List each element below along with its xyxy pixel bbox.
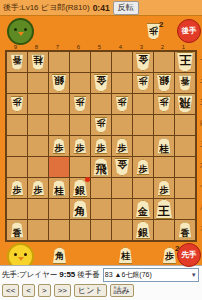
square-2-4[interactable] [154,115,174,135]
square-9-9[interactable]: 香 [7,220,27,240]
rank-label: 五 [199,134,202,155]
square-8-7[interactable]: 歩 [28,178,48,198]
gote-piece-香-1-2[interactable]: 香 [178,75,192,92]
square-9-3[interactable]: 歩 [7,94,27,114]
sente-piece-歩-7-5[interactable]: 歩 [52,138,66,154]
square-2-3[interactable]: 歩 [154,94,174,114]
step-forward-button[interactable]: > [38,284,51,297]
piece-kanji: 銀 [75,186,85,197]
gote-piece-歩-5-4[interactable]: 歩 [94,117,108,133]
sente-hand-stand: 角桂歩2 [0,242,202,267]
gote-hand-count: 2 [159,20,163,29]
piece-kanji: 香 [13,55,22,64]
move-list-dropdown[interactable]: 83 ▲6七銀(76) ▼ [103,268,199,282]
gote-badge: 後手 [177,19,201,43]
square-5-1[interactable] [91,52,111,72]
square-6-5[interactable]: 歩 [70,136,90,156]
rank-label: 一 [199,50,202,71]
rank-labels: 一二三四五六七八九 [199,50,202,239]
player-info-bar: 先手:プレイヤー 9:55 後手番 83 ▲6七銀(76) ▼ [0,266,202,282]
square-1-8[interactable] [175,199,195,219]
gote-piece-金-5-2[interactable]: 金 [93,74,109,92]
square-1-2[interactable]: 香 [175,73,195,93]
gote-info-bar: 後手:Lv16 ピヨ郎(R810) 0:41 反転 [0,0,202,16]
sente-hand-桂[interactable]: 桂 [118,247,133,264]
square-2-1[interactable] [154,52,174,72]
square-2-5[interactable]: 桂 [154,136,174,156]
sente-piece-桂-7-7[interactable]: 桂 [52,180,67,197]
piece-kanji: 香 [181,76,190,85]
piece-kanji: 歩 [139,165,148,174]
gote-piece-金-4-6[interactable]: 金 [114,158,130,176]
square-7-7[interactable]: 桂 [49,178,69,198]
square-9-6[interactable] [7,157,27,177]
piece-kanji: 歩 [76,97,85,106]
piece-kanji: 歩 [55,144,64,153]
square-9-1[interactable]: 香 [7,52,27,72]
square-4-9[interactable] [112,220,132,240]
sente-area: 角桂歩2 先手 [0,242,202,267]
rank-label: 六 [199,155,202,176]
square-1-4[interactable] [175,115,195,135]
player-clock: 9:55 [59,270,75,279]
board-area: 香桂金王銀金歩銀香歩歩歩歩飛歩歩歩歩歩桂飛金歩歩歩桂銀歩角金王香銀香 一二三四五… [5,50,197,242]
piece-kanji: 歩 [97,118,106,127]
rank-label: 八 [199,197,202,218]
square-2-8[interactable]: 王 [154,199,174,219]
piece-kanji: 角 [75,206,86,218]
square-7-9[interactable] [49,220,69,240]
gote-piece-銀-2-2[interactable]: 銀 [156,74,172,92]
square-9-8[interactable] [7,199,27,219]
square-4-2[interactable] [112,73,132,93]
square-3-6[interactable]: 歩 [133,157,153,177]
sente-piece-歩-8-7[interactable]: 歩 [31,180,45,196]
square-1-9[interactable]: 香 [175,220,195,240]
square-6-2[interactable] [70,73,90,93]
square-2-6[interactable] [154,157,174,177]
square-8-9[interactable] [28,220,48,240]
square-5-6[interactable]: 飛 [91,157,111,177]
gote-piece-銀-7-2[interactable]: 銀 [51,74,67,92]
square-9-7[interactable]: 歩 [7,178,27,198]
sente-piece-金-3-8[interactable]: 金 [135,200,151,218]
sente-piece-王-2-8[interactable]: 王 [155,199,173,219]
piece-kanji: 飛 [180,96,191,108]
chevron-down-icon: ▼ [191,272,197,278]
square-7-8[interactable] [49,199,69,219]
square-3-4[interactable] [133,115,153,135]
square-2-2[interactable]: 銀 [154,73,174,93]
square-7-2[interactable]: 銀 [49,73,69,93]
square-6-1[interactable] [70,52,90,72]
tsumi-button[interactable]: 詰み [110,284,134,297]
rewind-start-button[interactable]: << [2,284,19,297]
square-8-2[interactable] [28,73,48,93]
gote-piece-歩-9-3[interactable]: 歩 [10,96,24,112]
square-6-3[interactable]: 歩 [70,94,90,114]
piece-kanji: 香 [181,228,190,237]
square-3-1[interactable]: 金 [133,52,153,72]
gote-piece-歩-6-3[interactable]: 歩 [73,96,87,112]
square-2-9[interactable] [154,220,174,240]
square-4-4[interactable] [112,115,132,135]
square-8-6[interactable] [28,157,48,177]
gote-piece-歩-4-3[interactable]: 歩 [115,96,129,112]
current-move-label: 83 ▲6七銀(76) [105,270,191,280]
piece-kanji: 王 [179,53,191,66]
gote-piece-歩-2-3[interactable]: 歩 [157,96,171,112]
control-panel: 先手:プレイヤー 9:55 後手番 83 ▲6七銀(76) ▼ <<<>>>ヒン… [0,265,202,300]
step-back-button[interactable]: < [22,284,35,297]
sente-piece-香-9-9[interactable]: 香 [10,222,24,239]
fast-forward-button[interactable]: >> [54,284,71,297]
square-5-3[interactable] [91,94,111,114]
sente-piece-歩-5-5[interactable]: 歩 [94,138,108,154]
sente-piece-歩-9-7[interactable]: 歩 [10,180,24,196]
square-6-6[interactable] [70,157,90,177]
piece-kanji: 香 [13,228,22,237]
square-1-7[interactable] [175,178,195,198]
sente-badge: 先手 [177,243,201,267]
piece-kanji: 銀 [138,228,148,239]
square-6-9[interactable] [70,220,90,240]
sente-piece-歩-6-5[interactable]: 歩 [73,138,87,154]
gote-piece-金-3-1[interactable]: 金 [135,53,151,71]
piece-kanji: 歩 [118,97,127,106]
square-5-5[interactable]: 歩 [91,136,111,156]
piece-kanji: 金 [117,159,127,170]
gote-clock: 0:41 [93,3,110,13]
rank-label: 二 [199,71,202,92]
square-7-3[interactable] [49,94,69,114]
square-4-1[interactable] [112,52,132,72]
rank-label: 四 [199,113,202,134]
rank-label: 九 [199,218,202,239]
shogi-board: 香桂金王銀金歩銀香歩歩歩歩飛歩歩歩歩歩桂飛金歩歩歩桂銀歩角金王香銀香 [5,50,197,242]
square-8-1[interactable]: 桂 [28,52,48,72]
rank-label: 三 [199,92,202,113]
square-9-2[interactable] [7,73,27,93]
hint-button[interactable]: ヒント [74,284,107,297]
gote-hand-stand: 歩2 [0,16,202,44]
square-7-6[interactable] [49,157,69,177]
piece-kanji: 金 [138,54,148,65]
square-7-1[interactable] [49,52,69,72]
square-1-3[interactable]: 飛 [175,94,195,114]
gote-piece-王-1-1[interactable]: 王 [176,52,194,72]
square-3-3[interactable] [133,94,153,114]
square-3-7[interactable] [133,178,153,198]
piece-kanji: 歩 [160,186,169,195]
sente-piece-桂-2-5[interactable]: 桂 [157,138,172,155]
square-1-6[interactable] [175,157,195,177]
square-1-5[interactable] [175,136,195,156]
piece-kanji: 銀 [159,75,169,86]
square-9-4[interactable] [7,115,27,135]
last-move-dot-icon [85,177,90,182]
gote-piece-桂-8-1[interactable]: 桂 [31,54,46,71]
rank-label: 七 [199,176,202,197]
square-7-4[interactable] [49,115,69,135]
piece-kanji: 歩 [118,144,127,153]
square-1-1[interactable]: 王 [175,52,195,72]
square-7-5[interactable]: 歩 [49,136,69,156]
gote-piece-飛-1-3[interactable]: 飛 [177,95,194,114]
sente-piece-歩-2-7[interactable]: 歩 [157,180,171,196]
square-5-8[interactable] [91,199,111,219]
square-3-5[interactable] [133,136,153,156]
square-4-7[interactable] [112,178,132,198]
square-4-5[interactable]: 歩 [112,136,132,156]
square-4-8[interactable] [112,199,132,219]
square-8-4[interactable] [28,115,48,135]
gote-name-label: 後手:Lv16 ピヨ郎(R810) [3,2,90,13]
sente-piece-歩-3-6[interactable]: 歩 [136,159,150,175]
square-2-7[interactable]: 歩 [154,178,174,198]
piece-kanji: 桂 [159,144,169,154]
piece-kanji: 桂 [33,55,43,65]
piece-kanji: 王 [158,205,170,218]
piece-kanji: 歩 [13,186,22,195]
square-6-7[interactable]: 銀 [70,178,90,198]
square-8-3[interactable] [28,94,48,114]
square-5-4[interactable]: 歩 [91,115,111,135]
piece-kanji: 飛 [96,164,107,176]
piece-kanji: 歩 [97,144,106,153]
square-3-9[interactable]: 銀 [133,220,153,240]
sente-piece-香-1-9[interactable]: 香 [178,222,192,239]
square-8-8[interactable] [28,199,48,219]
square-3-2[interactable]: 歩 [133,73,153,93]
square-5-7[interactable] [91,178,111,198]
sente-piece-飛-5-6[interactable]: 飛 [93,158,110,177]
flip-board-button[interactable]: 反転 [113,1,139,15]
gote-area: 歩2 後手 [0,16,202,44]
sente-hand-角[interactable]: 角 [52,247,67,264]
square-9-5[interactable] [7,136,27,156]
piece-kanji: 金 [96,75,106,86]
piece-kanji: 桂 [54,186,64,196]
player-name-label: 先手:プレイヤー [2,270,57,280]
square-6-4[interactable] [70,115,90,135]
square-6-8[interactable]: 角 [70,199,90,219]
piece-kanji: 金 [138,207,148,218]
piyo-shogi-window: 後手:Lv16 ピヨ郎(R810) 0:41 反転 歩2 後手 98765432… [0,0,202,300]
square-4-3[interactable]: 歩 [112,94,132,114]
piece-kanji: 歩 [139,76,148,85]
gote-piece-歩-3-2[interactable]: 歩 [136,75,150,91]
square-8-5[interactable] [28,136,48,156]
piece-kanji: 歩 [13,97,22,106]
square-5-9[interactable] [91,220,111,240]
piece-kanji: 歩 [76,144,85,153]
sente-piece-歩-4-5[interactable]: 歩 [115,138,129,154]
navigation-buttons: <<<>>>ヒント詰み [0,282,202,297]
sente-piece-銀-3-9[interactable]: 銀 [135,221,151,239]
piece-kanji: 歩 [160,97,169,106]
square-5-2[interactable]: 金 [91,73,111,93]
piece-kanji: 銀 [54,75,64,86]
square-4-6[interactable]: 金 [112,157,132,177]
gote-piece-香-9-1[interactable]: 香 [10,54,24,71]
turn-indicator: 後手番 [77,270,100,280]
square-3-8[interactable]: 金 [133,199,153,219]
piece-kanji: 歩 [34,186,43,195]
sente-piece-角-6-8[interactable]: 角 [72,200,89,219]
